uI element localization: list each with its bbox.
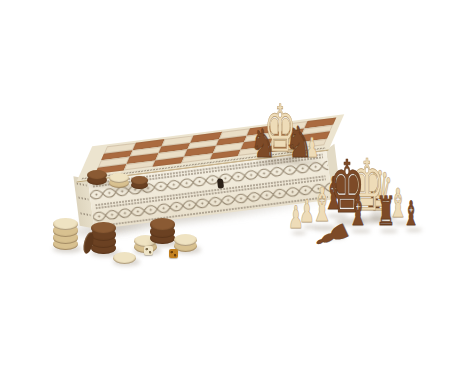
counter-brown — [91, 222, 116, 235]
pieces-and-counters-layer: ♛♚♟♞♞♟♝♛♚♚♝♟♝♝♝♜♟♟ — [0, 0, 468, 382]
chess-piece-brown-knight: ♞ — [250, 124, 276, 163]
counter-cream — [113, 252, 136, 264]
counter-brown — [87, 170, 107, 180]
scene-photo: ♛♚♟♞♞♟♝♛♚♚♝♟♝♝♝♜♟♟ — [0, 0, 468, 382]
counter-cream — [109, 173, 129, 183]
die — [144, 246, 153, 255]
counter-cream — [53, 218, 78, 231]
counter-cream — [174, 234, 197, 246]
chess-piece-cream-bishop: ♝ — [310, 182, 333, 229]
chess-piece-brown-rook: ♜ — [376, 192, 396, 232]
die — [169, 249, 178, 258]
chess-piece-brown-knight: ♞ — [285, 121, 314, 164]
chess-piece-cream-pawn: ♟ — [288, 202, 303, 233]
counter-brown — [150, 218, 175, 231]
counter-brown — [131, 176, 148, 185]
chess-piece-brown-bishop: ♝ — [403, 197, 420, 231]
